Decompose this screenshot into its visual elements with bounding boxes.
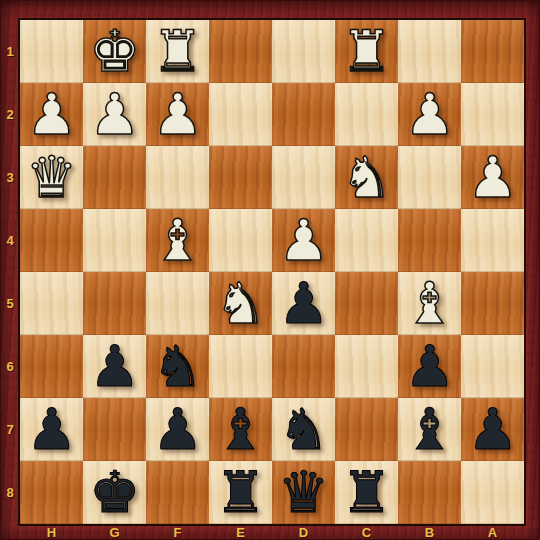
square-c6[interactable] <box>335 335 398 398</box>
square-d7[interactable]: ♞ <box>272 398 335 461</box>
square-h1[interactable] <box>20 20 83 83</box>
square-a5[interactable] <box>461 272 524 335</box>
file-label-a: A <box>461 524 524 540</box>
square-d6[interactable] <box>272 335 335 398</box>
square-c8[interactable]: ♜ <box>335 461 398 524</box>
white-rook[interactable]: ♜ <box>341 20 392 83</box>
square-d4[interactable]: ♟ <box>272 209 335 272</box>
square-f1[interactable]: ♜ <box>146 20 209 83</box>
black-knight[interactable]: ♞ <box>152 335 203 398</box>
white-pawn[interactable]: ♟ <box>404 83 455 146</box>
file-label-c: C <box>335 524 398 540</box>
square-f3[interactable] <box>146 146 209 209</box>
square-g5[interactable] <box>83 272 146 335</box>
file-label-h: H <box>20 524 83 540</box>
square-c2[interactable] <box>335 83 398 146</box>
square-c1[interactable]: ♜ <box>335 20 398 83</box>
square-a8[interactable] <box>461 461 524 524</box>
square-c4[interactable] <box>335 209 398 272</box>
square-a2[interactable] <box>461 83 524 146</box>
white-pawn[interactable]: ♟ <box>278 209 329 272</box>
black-bishop[interactable]: ♝ <box>215 398 266 461</box>
file-coordinates: HGFEDCBA <box>20 524 524 540</box>
white-knight[interactable]: ♞ <box>215 272 266 335</box>
white-king[interactable]: ♚ <box>89 20 140 83</box>
square-b5[interactable]: ♝ <box>398 272 461 335</box>
square-f5[interactable] <box>146 272 209 335</box>
black-pawn[interactable]: ♟ <box>404 335 455 398</box>
file-label-b: B <box>398 524 461 540</box>
square-g2[interactable]: ♟ <box>83 83 146 146</box>
square-h8[interactable] <box>20 461 83 524</box>
black-rook[interactable]: ♜ <box>215 461 266 524</box>
square-a4[interactable] <box>461 209 524 272</box>
rank-label-8: 8 <box>0 461 20 524</box>
square-e3[interactable] <box>209 146 272 209</box>
file-label-e: E <box>209 524 272 540</box>
square-e6[interactable] <box>209 335 272 398</box>
black-king[interactable]: ♚ <box>89 461 140 524</box>
square-h4[interactable] <box>20 209 83 272</box>
square-d2[interactable] <box>272 83 335 146</box>
square-h6[interactable] <box>20 335 83 398</box>
square-f4[interactable]: ♝ <box>146 209 209 272</box>
black-pawn[interactable]: ♟ <box>467 398 518 461</box>
square-b7[interactable]: ♝ <box>398 398 461 461</box>
black-rook[interactable]: ♜ <box>341 461 392 524</box>
white-rook[interactable]: ♜ <box>152 20 203 83</box>
rank-label-2: 2 <box>0 83 20 146</box>
square-e8[interactable]: ♜ <box>209 461 272 524</box>
square-g8[interactable]: ♚ <box>83 461 146 524</box>
square-b1[interactable] <box>398 20 461 83</box>
rank-coordinates: 12345678 <box>0 20 20 524</box>
file-label-f: F <box>146 524 209 540</box>
square-e5[interactable]: ♞ <box>209 272 272 335</box>
square-c5[interactable] <box>335 272 398 335</box>
square-d3[interactable] <box>272 146 335 209</box>
rank-label-7: 7 <box>0 398 20 461</box>
square-d8[interactable]: ♛ <box>272 461 335 524</box>
square-d1[interactable] <box>272 20 335 83</box>
square-g1[interactable]: ♚ <box>83 20 146 83</box>
square-e1[interactable] <box>209 20 272 83</box>
rank-label-6: 6 <box>0 335 20 398</box>
square-e2[interactable] <box>209 83 272 146</box>
square-h3[interactable]: ♛ <box>20 146 83 209</box>
white-pawn[interactable]: ♟ <box>26 83 77 146</box>
rank-label-4: 4 <box>0 209 20 272</box>
square-c7[interactable] <box>335 398 398 461</box>
file-label-g: G <box>83 524 146 540</box>
black-pawn[interactable]: ♟ <box>89 335 140 398</box>
square-e4[interactable] <box>209 209 272 272</box>
square-f6[interactable]: ♞ <box>146 335 209 398</box>
square-f8[interactable] <box>146 461 209 524</box>
square-h5[interactable] <box>20 272 83 335</box>
square-a1[interactable] <box>461 20 524 83</box>
square-h2[interactable]: ♟ <box>20 83 83 146</box>
chessboard-window: ♚♜♜♟♟♟♟♛♞♟♝♟♞♟♝♟♞♟♟♟♝♞♝♟♚♜♛♜ 12345678 HG… <box>0 0 540 540</box>
black-pawn[interactable]: ♟ <box>278 272 329 335</box>
square-g3[interactable] <box>83 146 146 209</box>
white-pawn[interactable]: ♟ <box>89 83 140 146</box>
white-bishop[interactable]: ♝ <box>404 272 455 335</box>
square-b3[interactable] <box>398 146 461 209</box>
square-b2[interactable]: ♟ <box>398 83 461 146</box>
black-pawn[interactable]: ♟ <box>26 398 77 461</box>
white-pawn[interactable]: ♟ <box>467 146 518 209</box>
black-pawn[interactable]: ♟ <box>152 398 203 461</box>
square-b8[interactable] <box>398 461 461 524</box>
square-f2[interactable]: ♟ <box>146 83 209 146</box>
square-b4[interactable] <box>398 209 461 272</box>
black-bishop[interactable]: ♝ <box>404 398 455 461</box>
white-pawn[interactable]: ♟ <box>152 83 203 146</box>
rank-label-3: 3 <box>0 146 20 209</box>
rank-label-1: 1 <box>0 20 20 83</box>
file-label-d: D <box>272 524 335 540</box>
square-a7[interactable]: ♟ <box>461 398 524 461</box>
square-d5[interactable]: ♟ <box>272 272 335 335</box>
square-g4[interactable] <box>83 209 146 272</box>
square-g7[interactable] <box>83 398 146 461</box>
board: ♚♜♜♟♟♟♟♛♞♟♝♟♞♟♝♟♞♟♟♟♝♞♝♟♚♜♛♜ <box>20 20 524 524</box>
square-c3[interactable]: ♞ <box>335 146 398 209</box>
square-a6[interactable] <box>461 335 524 398</box>
black-queen[interactable]: ♛ <box>278 461 329 524</box>
rank-label-5: 5 <box>0 272 20 335</box>
square-h7[interactable]: ♟ <box>20 398 83 461</box>
square-e7[interactable]: ♝ <box>209 398 272 461</box>
white-queen[interactable]: ♛ <box>26 146 77 209</box>
black-knight[interactable]: ♞ <box>278 398 329 461</box>
square-f7[interactable]: ♟ <box>146 398 209 461</box>
white-knight[interactable]: ♞ <box>341 146 392 209</box>
white-bishop[interactable]: ♝ <box>152 209 203 272</box>
square-g6[interactable]: ♟ <box>83 335 146 398</box>
square-a3[interactable]: ♟ <box>461 146 524 209</box>
square-b6[interactable]: ♟ <box>398 335 461 398</box>
